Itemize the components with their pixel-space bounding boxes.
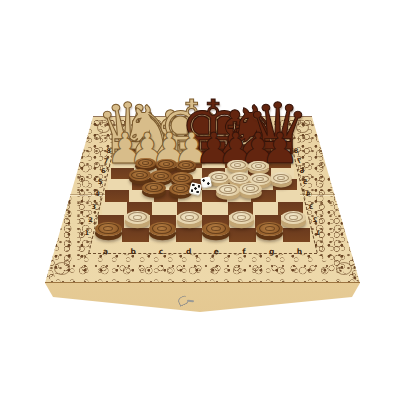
light-checker-h5[interactable] — [270, 172, 292, 183]
rank-label-right-1: 1 — [316, 230, 321, 237]
square-c3[interactable] — [152, 202, 177, 215]
file-label-h: h — [297, 248, 302, 256]
file-label-f: f — [242, 248, 245, 256]
file-label-e: e — [214, 248, 219, 256]
file-label-g: g — [269, 248, 274, 256]
square-g3[interactable] — [253, 202, 278, 215]
dark-checker-d5[interactable] — [171, 172, 193, 183]
corner-medallion-icon — [336, 262, 352, 275]
dark-checker-g1[interactable] — [256, 222, 283, 236]
square-a3[interactable] — [102, 202, 127, 215]
rank-label-right-3: 3 — [309, 203, 314, 210]
rank-label-left-4: 4 — [95, 191, 100, 198]
square-a4[interactable] — [105, 190, 129, 202]
rank-label-left-2: 2 — [88, 216, 93, 223]
dark-checker-d4[interactable] — [169, 183, 192, 195]
die-showing-5[interactable] — [189, 182, 202, 195]
rank-label-left-1: 1 — [85, 230, 90, 237]
file-label-b: b — [131, 248, 136, 256]
product-photo-chess-checkers-set: abcdefgh1122334455667788 ♛♞♝♚♚♝♞♛♟♟♟♟♟♟♟… — [0, 0, 400, 400]
dotted-frame-front — [88, 253, 317, 254]
file-label-c: c — [159, 248, 163, 256]
light-checker-f4[interactable] — [216, 184, 239, 196]
dark-checker-b6[interactable] — [135, 158, 156, 169]
rank-label-left-5: 5 — [98, 179, 103, 186]
dark-checker-c1[interactable] — [149, 222, 176, 236]
square-h4[interactable] — [276, 190, 300, 202]
square-d1[interactable] — [176, 228, 203, 242]
box-front-edge — [45, 282, 360, 283]
dark-checker-e1[interactable] — [202, 222, 229, 236]
dark-checker-a1[interactable] — [95, 222, 122, 236]
file-label-a: a — [103, 248, 108, 256]
rank-label-right-5: 5 — [302, 179, 307, 186]
square-a5[interactable] — [108, 179, 132, 190]
dark-checker-c4[interactable] — [142, 182, 165, 194]
square-f1[interactable] — [229, 228, 256, 242]
rank-label-right-4: 4 — [306, 191, 311, 198]
light-checker-g4[interactable] — [239, 183, 262, 195]
light-checker-f5[interactable] — [229, 172, 251, 183]
square-e3[interactable] — [202, 202, 227, 215]
rank-label-left-3: 3 — [92, 203, 97, 210]
dark-checker-b5[interactable] — [129, 169, 151, 180]
square-h1[interactable] — [283, 228, 310, 242]
file-label-d: d — [186, 248, 191, 256]
square-b1[interactable] — [122, 228, 149, 242]
dark-checker-c6[interactable] — [156, 159, 177, 170]
dark-checker-c5[interactable] — [150, 170, 172, 181]
rank-row-4 — [105, 190, 300, 202]
light-checker-e5[interactable] — [208, 171, 230, 182]
corner-medallion-icon — [54, 262, 70, 275]
rank-label-right-2: 2 — [312, 216, 317, 223]
